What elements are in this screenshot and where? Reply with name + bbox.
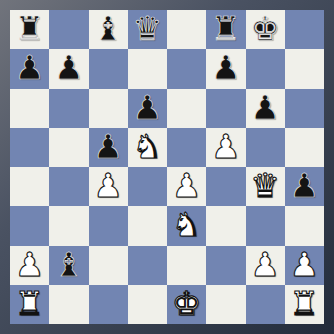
square-h1[interactable]: ♜ (285, 285, 324, 324)
square-e6[interactable] (167, 89, 206, 128)
square-d7[interactable] (128, 49, 167, 88)
square-c6[interactable] (89, 89, 128, 128)
black-pawn[interactable]: ♟ (211, 49, 241, 87)
square-d6[interactable]: ♟ (128, 89, 167, 128)
square-g4[interactable]: ♛ (246, 167, 285, 206)
square-h3[interactable] (285, 206, 324, 245)
white-pawn[interactable]: ♟ (172, 167, 202, 205)
white-knight[interactable]: ♞ (172, 206, 202, 244)
square-a2[interactable]: ♟ (10, 246, 49, 285)
square-f3[interactable] (206, 206, 245, 245)
black-pawn[interactable]: ♟ (133, 89, 163, 127)
black-bishop[interactable]: ♝ (54, 246, 84, 284)
square-c8[interactable]: ♝ (89, 10, 128, 49)
square-g2[interactable]: ♟ (246, 246, 285, 285)
square-e5[interactable] (167, 128, 206, 167)
square-h6[interactable] (285, 89, 324, 128)
square-a6[interactable] (10, 89, 49, 128)
square-b4[interactable] (49, 167, 88, 206)
black-queen[interactable]: ♛ (133, 10, 163, 48)
white-rook[interactable]: ♜ (290, 285, 320, 323)
square-e8[interactable] (167, 10, 206, 49)
square-b5[interactable] (49, 128, 88, 167)
black-pawn[interactable]: ♟ (93, 128, 123, 166)
square-f4[interactable] (206, 167, 245, 206)
white-king[interactable]: ♚ (172, 285, 202, 323)
square-e3[interactable]: ♞ (167, 206, 206, 245)
chess-board: ♜♝♛♜♚♟♟♟♟♟♟♞♟♟♟♛♟♞♟♝♟♟♜♚♜ (10, 10, 324, 324)
board-frame: ♜♝♛♜♚♟♟♟♟♟♟♞♟♟♟♛♟♞♟♝♟♟♜♚♜ (0, 0, 334, 334)
white-pawn[interactable]: ♟ (93, 167, 123, 205)
square-a7[interactable]: ♟ (10, 49, 49, 88)
square-a4[interactable] (10, 167, 49, 206)
square-f1[interactable] (206, 285, 245, 324)
square-d5[interactable]: ♞ (128, 128, 167, 167)
square-d2[interactable] (128, 246, 167, 285)
square-e1[interactable]: ♚ (167, 285, 206, 324)
square-b8[interactable] (49, 10, 88, 49)
square-d3[interactable] (128, 206, 167, 245)
white-rook[interactable]: ♜ (15, 285, 45, 323)
square-e2[interactable] (167, 246, 206, 285)
black-bishop[interactable]: ♝ (93, 10, 123, 48)
white-pawn[interactable]: ♟ (15, 246, 45, 284)
square-f8[interactable]: ♜ (206, 10, 245, 49)
square-f6[interactable] (206, 89, 245, 128)
square-b7[interactable]: ♟ (49, 49, 88, 88)
square-b2[interactable]: ♝ (49, 246, 88, 285)
square-b1[interactable] (49, 285, 88, 324)
square-f5[interactable]: ♟ (206, 128, 245, 167)
square-c5[interactable]: ♟ (89, 128, 128, 167)
black-pawn[interactable]: ♟ (54, 49, 84, 87)
white-queen[interactable]: ♛ (250, 167, 280, 205)
square-g8[interactable]: ♚ (246, 10, 285, 49)
square-h4[interactable]: ♟ (285, 167, 324, 206)
square-c3[interactable] (89, 206, 128, 245)
black-rook[interactable]: ♜ (15, 10, 45, 48)
white-knight[interactable]: ♞ (133, 128, 163, 166)
white-pawn[interactable]: ♟ (211, 128, 241, 166)
square-h2[interactable]: ♟ (285, 246, 324, 285)
square-d1[interactable] (128, 285, 167, 324)
square-a1[interactable]: ♜ (10, 285, 49, 324)
square-g1[interactable] (246, 285, 285, 324)
square-g3[interactable] (246, 206, 285, 245)
square-a3[interactable] (10, 206, 49, 245)
black-rook[interactable]: ♜ (211, 10, 241, 48)
square-e4[interactable]: ♟ (167, 167, 206, 206)
square-c7[interactable] (89, 49, 128, 88)
square-b6[interactable] (49, 89, 88, 128)
square-d8[interactable]: ♛ (128, 10, 167, 49)
square-c4[interactable]: ♟ (89, 167, 128, 206)
square-h5[interactable] (285, 128, 324, 167)
black-king[interactable]: ♚ (250, 10, 280, 48)
square-g7[interactable] (246, 49, 285, 88)
square-e7[interactable] (167, 49, 206, 88)
black-pawn[interactable]: ♟ (290, 167, 320, 205)
white-pawn[interactable]: ♟ (250, 246, 280, 284)
white-pawn[interactable]: ♟ (290, 246, 320, 284)
square-a5[interactable] (10, 128, 49, 167)
square-f7[interactable]: ♟ (206, 49, 245, 88)
square-c2[interactable] (89, 246, 128, 285)
square-c1[interactable] (89, 285, 128, 324)
black-pawn[interactable]: ♟ (15, 49, 45, 87)
square-a8[interactable]: ♜ (10, 10, 49, 49)
square-f2[interactable] (206, 246, 245, 285)
square-d4[interactable] (128, 167, 167, 206)
black-pawn[interactable]: ♟ (250, 89, 280, 127)
square-h8[interactable] (285, 10, 324, 49)
square-g5[interactable] (246, 128, 285, 167)
square-h7[interactable] (285, 49, 324, 88)
square-b3[interactable] (49, 206, 88, 245)
square-g6[interactable]: ♟ (246, 89, 285, 128)
